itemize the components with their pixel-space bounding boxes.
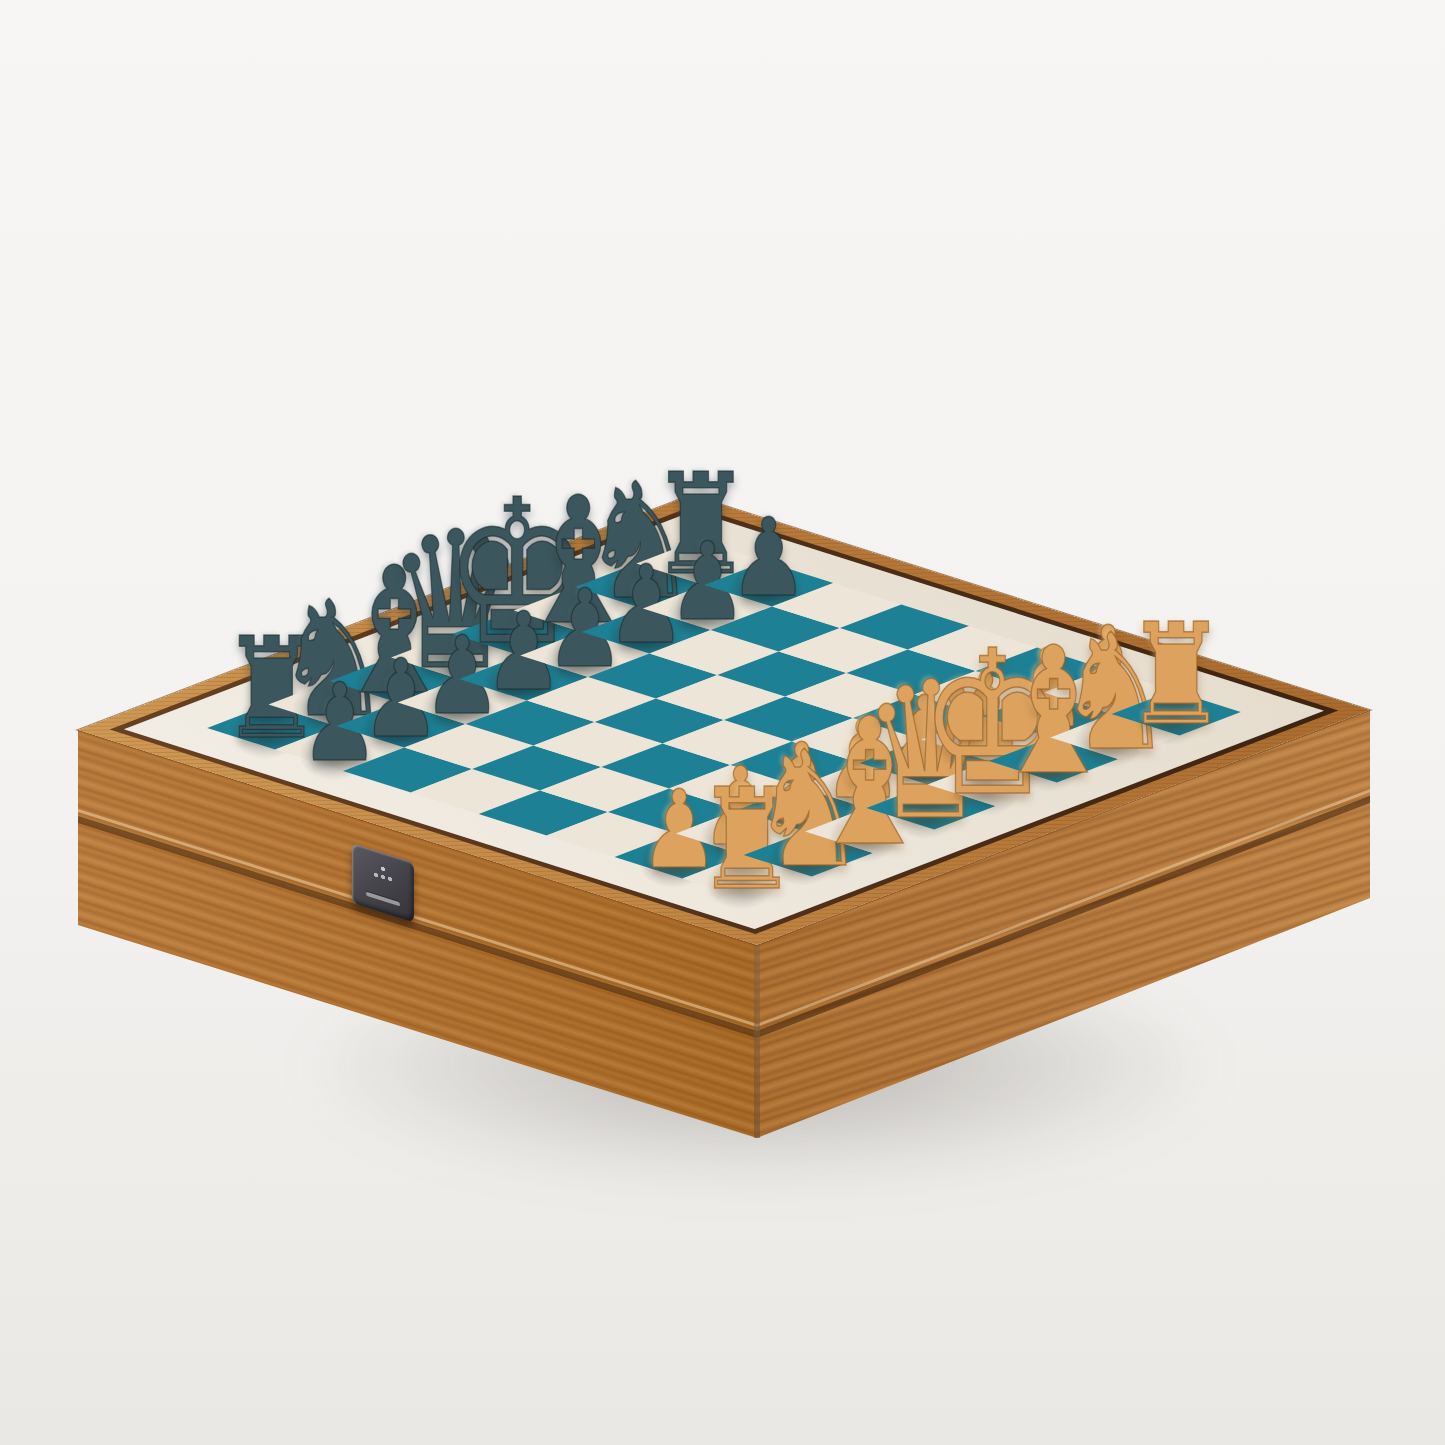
clasp-logo-emboss — [370, 862, 396, 886]
piece-glyph: ♟ — [732, 513, 806, 603]
clasp-wordmark-emboss — [366, 892, 400, 907]
product-photo-scene: ♜♞♝♛♚♝♞♜♟♟♟♟♟♟♟♟♟♟♟♟♟♟♟♟♜♞♝♛♚♝♞♜ — [0, 0, 1445, 1445]
square-h1[interactable]: ♜ — [1112, 691, 1241, 736]
piece-light-rook-h1[interactable]: ♜ — [1131, 668, 1221, 758]
piece-glyph: ♜ — [1139, 630, 1213, 720]
